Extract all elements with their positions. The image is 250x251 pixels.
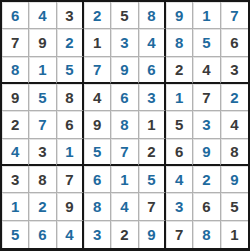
- cell-r3c9[interactable]: 3: [221, 57, 248, 84]
- cell-r1c7[interactable]: 9: [166, 2, 193, 29]
- cell-r4c2[interactable]: 5: [29, 84, 56, 111]
- cell-r2c7[interactable]: 8: [166, 29, 193, 56]
- cell-r2c6[interactable]: 4: [139, 29, 166, 56]
- cell-r3c7[interactable]: 2: [166, 57, 193, 84]
- cell-r3c5[interactable]: 9: [111, 57, 138, 84]
- cell-r4c5[interactable]: 6: [111, 84, 138, 111]
- cell-r1c1[interactable]: 6: [2, 2, 29, 29]
- cell-r8c5[interactable]: 4: [111, 193, 138, 220]
- cell-r2c9[interactable]: 6: [221, 29, 248, 56]
- cell-r5c3[interactable]: 6: [57, 111, 84, 138]
- cell-r2c2[interactable]: 9: [29, 29, 56, 56]
- cell-r9c3[interactable]: 4: [57, 221, 84, 248]
- cell-r5c6[interactable]: 1: [139, 111, 166, 138]
- cell-r1c6[interactable]: 8: [139, 2, 166, 29]
- cell-r2c1[interactable]: 7: [2, 29, 29, 56]
- cell-r2c8[interactable]: 5: [193, 29, 220, 56]
- cell-r9c4[interactable]: 3: [84, 221, 111, 248]
- cell-r3c3[interactable]: 5: [57, 57, 84, 84]
- cell-r1c3[interactable]: 3: [57, 2, 84, 29]
- cell-r6c9[interactable]: 8: [221, 139, 248, 166]
- cell-r3c6[interactable]: 6: [139, 57, 166, 84]
- cell-r3c2[interactable]: 1: [29, 57, 56, 84]
- cell-r9c6[interactable]: 9: [139, 221, 166, 248]
- cell-r4c9[interactable]: 2: [221, 84, 248, 111]
- cell-r9c1[interactable]: 5: [2, 221, 29, 248]
- cell-r3c4[interactable]: 7: [84, 57, 111, 84]
- cell-r1c8[interactable]: 1: [193, 2, 220, 29]
- cell-r5c7[interactable]: 5: [166, 111, 193, 138]
- cell-r7c5[interactable]: 1: [111, 166, 138, 193]
- sudoku-board: 6432589177921348568157962439584631722769…: [0, 0, 250, 251]
- cell-r1c4[interactable]: 2: [84, 2, 111, 29]
- cell-r8c7[interactable]: 3: [166, 193, 193, 220]
- cell-r8c1[interactable]: 1: [2, 193, 29, 220]
- cell-r7c2[interactable]: 8: [29, 166, 56, 193]
- cell-r3c1[interactable]: 8: [2, 57, 29, 84]
- cell-r1c2[interactable]: 4: [29, 2, 56, 29]
- cell-r7c7[interactable]: 4: [166, 166, 193, 193]
- cell-r6c3[interactable]: 1: [57, 139, 84, 166]
- cell-r5c5[interactable]: 8: [111, 111, 138, 138]
- cell-r5c4[interactable]: 9: [84, 111, 111, 138]
- cell-r4c1[interactable]: 9: [2, 84, 29, 111]
- cell-r1c9[interactable]: 7: [221, 2, 248, 29]
- cell-r8c6[interactable]: 7: [139, 193, 166, 220]
- cell-r6c1[interactable]: 4: [2, 139, 29, 166]
- cell-r9c9[interactable]: 1: [221, 221, 248, 248]
- cell-r8c2[interactable]: 2: [29, 193, 56, 220]
- cell-r9c7[interactable]: 7: [166, 221, 193, 248]
- cell-r7c1[interactable]: 3: [2, 166, 29, 193]
- cell-r2c4[interactable]: 1: [84, 29, 111, 56]
- cell-r9c8[interactable]: 8: [193, 221, 220, 248]
- cell-r6c5[interactable]: 7: [111, 139, 138, 166]
- cell-r7c8[interactable]: 2: [193, 166, 220, 193]
- cell-r3c8[interactable]: 4: [193, 57, 220, 84]
- cell-r8c4[interactable]: 8: [84, 193, 111, 220]
- cell-r9c2[interactable]: 6: [29, 221, 56, 248]
- cell-r6c7[interactable]: 6: [166, 139, 193, 166]
- cell-r2c3[interactable]: 2: [57, 29, 84, 56]
- cell-r4c3[interactable]: 8: [57, 84, 84, 111]
- cell-r9c5[interactable]: 2: [111, 221, 138, 248]
- cell-r7c9[interactable]: 9: [221, 166, 248, 193]
- cell-r6c8[interactable]: 9: [193, 139, 220, 166]
- cell-r4c6[interactable]: 3: [139, 84, 166, 111]
- cell-r5c9[interactable]: 4: [221, 111, 248, 138]
- cell-r6c6[interactable]: 2: [139, 139, 166, 166]
- cell-r8c8[interactable]: 6: [193, 193, 220, 220]
- cell-r5c2[interactable]: 7: [29, 111, 56, 138]
- cell-r5c1[interactable]: 2: [2, 111, 29, 138]
- cell-r4c8[interactable]: 7: [193, 84, 220, 111]
- cell-r7c3[interactable]: 7: [57, 166, 84, 193]
- cell-r6c2[interactable]: 3: [29, 139, 56, 166]
- cell-r2c5[interactable]: 3: [111, 29, 138, 56]
- cell-r6c4[interactable]: 5: [84, 139, 111, 166]
- cell-r5c8[interactable]: 3: [193, 111, 220, 138]
- cell-r4c4[interactable]: 4: [84, 84, 111, 111]
- cell-r1c5[interactable]: 5: [111, 2, 138, 29]
- cell-r7c4[interactable]: 6: [84, 166, 111, 193]
- cell-r8c3[interactable]: 9: [57, 193, 84, 220]
- cell-r8c9[interactable]: 5: [221, 193, 248, 220]
- cell-r4c7[interactable]: 1: [166, 84, 193, 111]
- cell-r7c6[interactable]: 5: [139, 166, 166, 193]
